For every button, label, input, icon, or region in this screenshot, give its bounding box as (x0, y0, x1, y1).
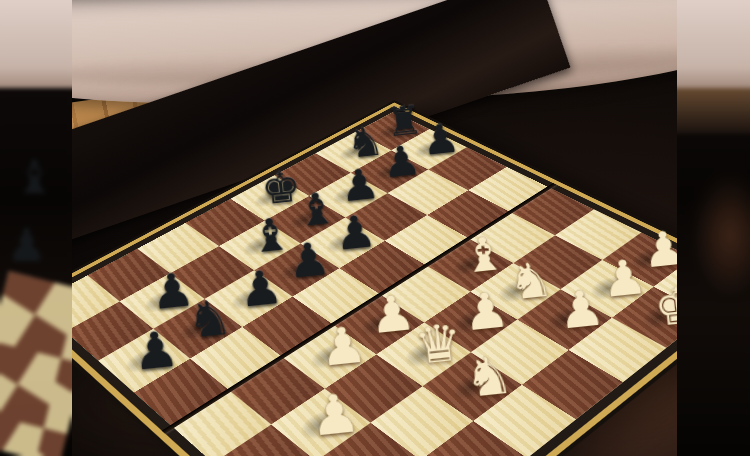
photo-stage: ♚♞♜♟♝♝♟♟♟♟♞♟♟♟♟♟♝♟♛♟♞♟♞♟♟♟♝♚♜ ♝ ♟ (0, 0, 750, 456)
left-panel-board-fragment (0, 271, 72, 456)
right-panel-board-glow (690, 170, 750, 300)
board-wrapper: ♚♞♜♟♝♝♟♟♟♟♞♟♟♟♟♟♝♟♛♟♞♟♞♟♟♟♝♚♜ (0, 0, 750, 456)
left-panel-bishop-blur: ♝ (14, 150, 55, 204)
right-panel-rug (677, 0, 750, 96)
left-panel-rug (0, 0, 72, 96)
chess-board: ♚♞♜♟♝♝♟♟♟♟♞♟♟♟♟♟♝♟♛♟♞♟♞♟♟♟♝♚♜ (22, 106, 750, 456)
right-blur-panel (677, 0, 750, 456)
left-panel-table (0, 88, 72, 456)
left-panel-pawn-blur: ♟ (6, 218, 47, 272)
board-grid: ♚♞♜♟♝♝♟♟♟♟♞♟♟♟♟♟♝♟♛♟♞♟♞♟♟♟♝♚♜ (34, 112, 746, 456)
right-panel-table (677, 88, 750, 456)
right-panel-wood (677, 88, 750, 134)
left-blur-panel: ♝ ♟ (0, 0, 72, 456)
board-perspective: ♚♞♜♟♝♝♟♟♟♟♞♟♟♟♟♟♝♟♛♟♞♟♞♟♟♟♝♚♜ (22, 112, 733, 456)
